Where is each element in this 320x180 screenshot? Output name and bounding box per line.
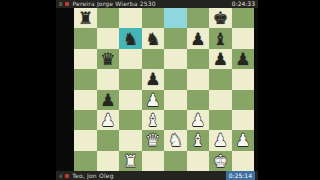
- chess-board[interactable]: ♜♚♞♞♟♝♛♟♟♟♟♟♟♝♟♛♞♝♟♟♜♚: [74, 8, 254, 171]
- piece-white-pawn: ♟: [142, 90, 165, 110]
- piece-white-pawn: ♟: [232, 130, 255, 150]
- square-f4[interactable]: [187, 90, 210, 110]
- square-h6[interactable]: ♟: [232, 49, 255, 69]
- square-d3[interactable]: ♝: [142, 110, 165, 130]
- square-c1[interactable]: ♜: [119, 151, 142, 171]
- square-e4[interactable]: [164, 90, 187, 110]
- top-player-bar: B Pereira Jorge Wierba 2530 0:24:33: [56, 0, 258, 8]
- bottom-player-clock: 0:25:14: [226, 171, 255, 180]
- square-e5[interactable]: [164, 69, 187, 89]
- square-g7[interactable]: ♝: [209, 28, 232, 48]
- video-frame: B Pereira Jorge Wierba 2530 0:24:33 ♜♚♞♞…: [56, 0, 258, 180]
- square-a3[interactable]: [74, 110, 97, 130]
- square-b3[interactable]: ♟: [97, 110, 120, 130]
- player-flag-icon: [65, 2, 69, 6]
- square-e8[interactable]: [164, 8, 187, 28]
- square-c7[interactable]: ♞: [119, 28, 142, 48]
- piece-black-knight: ♞: [119, 28, 142, 48]
- square-g8[interactable]: ♚: [209, 8, 232, 28]
- player-flag-icon: [65, 174, 69, 178]
- square-a4[interactable]: [74, 90, 97, 110]
- piece-white-king: ♚: [209, 151, 232, 171]
- square-h8[interactable]: [232, 8, 255, 28]
- top-player-name: Pereira Jorge Wierba 2530: [72, 0, 155, 8]
- square-e6[interactable]: [164, 49, 187, 69]
- square-b1[interactable]: [97, 151, 120, 171]
- square-g2[interactable]: ♟: [209, 130, 232, 150]
- square-f3[interactable]: ♟: [187, 110, 210, 130]
- square-b6[interactable]: ♛: [97, 49, 120, 69]
- square-f2[interactable]: ♝: [187, 130, 210, 150]
- square-b4[interactable]: ♟: [97, 90, 120, 110]
- top-left-glyph: B: [59, 0, 62, 8]
- piece-white-rook: ♜: [119, 151, 142, 171]
- square-d5[interactable]: ♟: [142, 69, 165, 89]
- square-d8[interactable]: [142, 8, 165, 28]
- square-c4[interactable]: [119, 90, 142, 110]
- piece-black-bishop: ♝: [209, 28, 232, 48]
- piece-white-knight: ♞: [164, 130, 187, 150]
- square-b7[interactable]: [97, 28, 120, 48]
- piece-black-pawn: ♟: [187, 28, 210, 48]
- square-b8[interactable]: [97, 8, 120, 28]
- square-g4[interactable]: [209, 90, 232, 110]
- square-f7[interactable]: ♟: [187, 28, 210, 48]
- square-g6[interactable]: ♟: [209, 49, 232, 69]
- piece-white-bishop: ♝: [187, 130, 210, 150]
- square-d4[interactable]: ♟: [142, 90, 165, 110]
- thumbnail-stage: B Pereira Jorge Wierba 2530 0:24:33 ♜♚♞♞…: [0, 0, 320, 180]
- square-a1[interactable]: [74, 151, 97, 171]
- square-c6[interactable]: [119, 49, 142, 69]
- square-h5[interactable]: [232, 69, 255, 89]
- square-a7[interactable]: [74, 28, 97, 48]
- square-a8[interactable]: ♜: [74, 8, 97, 28]
- square-c8[interactable]: [119, 8, 142, 28]
- square-h7[interactable]: [232, 28, 255, 48]
- piece-black-knight: ♞: [142, 28, 165, 48]
- square-d1[interactable]: [142, 151, 165, 171]
- square-b5[interactable]: [97, 69, 120, 89]
- piece-black-pawn: ♟: [209, 49, 232, 69]
- piece-white-pawn: ♟: [97, 110, 120, 130]
- square-h2[interactable]: ♟: [232, 130, 255, 150]
- square-e3[interactable]: [164, 110, 187, 130]
- square-d7[interactable]: ♞: [142, 28, 165, 48]
- piece-white-pawn: ♟: [209, 130, 232, 150]
- piece-white-queen: ♛: [142, 130, 165, 150]
- bottom-player-name: Teo, Jon Oleg: [72, 172, 113, 180]
- square-c3[interactable]: [119, 110, 142, 130]
- square-e7[interactable]: [164, 28, 187, 48]
- piece-black-king: ♚: [209, 8, 232, 28]
- bottom-left-glyph: 4: [59, 172, 62, 180]
- square-e1[interactable]: [164, 151, 187, 171]
- square-a2[interactable]: [74, 130, 97, 150]
- piece-black-pawn: ♟: [142, 69, 165, 89]
- piece-black-rook: ♜: [74, 8, 97, 28]
- piece-black-pawn: ♟: [97, 90, 120, 110]
- square-a5[interactable]: [74, 69, 97, 89]
- piece-white-pawn: ♟: [187, 110, 210, 130]
- square-f6[interactable]: [187, 49, 210, 69]
- piece-white-bishop: ♝: [142, 110, 165, 130]
- square-f8[interactable]: [187, 8, 210, 28]
- square-c5[interactable]: [119, 69, 142, 89]
- square-a6[interactable]: [74, 49, 97, 69]
- square-c2[interactable]: [119, 130, 142, 150]
- square-d2[interactable]: ♛: [142, 130, 165, 150]
- square-f5[interactable]: [187, 69, 210, 89]
- square-g1[interactable]: ♚: [209, 151, 232, 171]
- top-player-clock: 0:24:33: [232, 0, 255, 8]
- square-g3[interactable]: [209, 110, 232, 130]
- square-h1[interactable]: [232, 151, 255, 171]
- square-f1[interactable]: [187, 151, 210, 171]
- piece-black-queen: ♛: [97, 49, 120, 69]
- square-b2[interactable]: [97, 130, 120, 150]
- square-h3[interactable]: [232, 110, 255, 130]
- square-d6[interactable]: [142, 49, 165, 69]
- square-h4[interactable]: [232, 90, 255, 110]
- square-g5[interactable]: [209, 69, 232, 89]
- bottom-player-bar: 4 Teo, Jon Oleg 0:25:14: [56, 171, 258, 180]
- square-e2[interactable]: ♞: [164, 130, 187, 150]
- piece-black-pawn: ♟: [232, 49, 255, 69]
